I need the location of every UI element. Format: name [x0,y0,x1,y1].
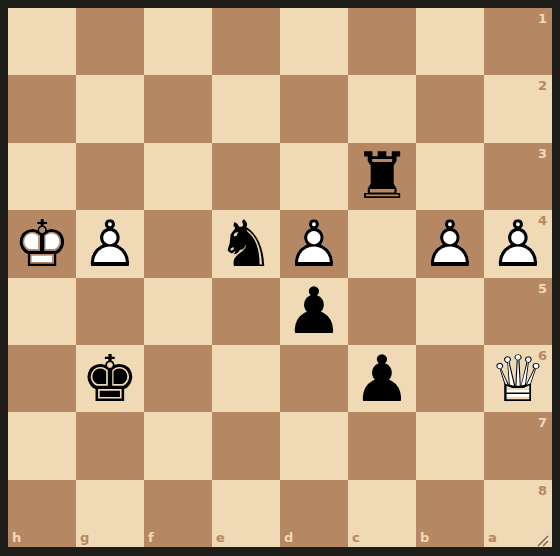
square-d2[interactable] [280,75,348,142]
piece-black-king[interactable]: ♚ [76,345,144,412]
square-b2[interactable] [416,75,484,142]
coord-file-d: d [284,531,293,544]
square-e5[interactable] [212,278,280,345]
square-e8[interactable]: e [212,480,280,547]
coord-file-h: h [12,531,21,544]
square-g1[interactable] [76,8,144,75]
square-b5[interactable] [416,278,484,345]
square-f3[interactable] [144,143,212,210]
square-c1[interactable] [348,8,416,75]
square-c7[interactable] [348,412,416,479]
coord-file-f: f [148,531,154,544]
square-d4[interactable]: ♟♙ [280,210,348,277]
square-e1[interactable] [212,8,280,75]
square-g5[interactable] [76,278,144,345]
coord-rank-7: 7 [538,416,547,429]
square-b4[interactable]: ♟♙ [416,210,484,277]
coord-rank-8: 8 [538,484,547,497]
piece-black-pawn[interactable]: ♟ [348,345,416,412]
coord-file-g: g [80,531,89,544]
square-d1[interactable] [280,8,348,75]
coord-rank-1: 1 [538,12,547,25]
square-e6[interactable] [212,345,280,412]
square-a6[interactable]: ♛♕6 [484,345,552,412]
square-b1[interactable] [416,8,484,75]
coord-rank-6: 6 [538,349,547,362]
piece-glyph-outline: ♔ [8,210,76,277]
square-g8[interactable]: g [76,480,144,547]
square-a4[interactable]: ♟♙4 [484,210,552,277]
coord-rank-3: 3 [538,147,547,160]
square-g4[interactable]: ♟♙ [76,210,144,277]
piece-glyph-fill: ♜ [348,143,416,210]
square-e2[interactable] [212,75,280,142]
piece-black-pawn[interactable]: ♟ [280,278,348,345]
piece-glyph-fill: ♟ [280,278,348,345]
square-c5[interactable] [348,278,416,345]
square-c3[interactable]: ♜ [348,143,416,210]
square-a2[interactable]: 2 [484,75,552,142]
piece-white-pawn[interactable]: ♟♙ [416,210,484,277]
piece-white-king[interactable]: ♚♔ [8,210,76,277]
square-d5[interactable]: ♟ [280,278,348,345]
square-h3[interactable] [8,143,76,210]
square-f1[interactable] [144,8,212,75]
square-g3[interactable] [76,143,144,210]
square-h5[interactable] [8,278,76,345]
piece-black-rook[interactable]: ♜ [348,143,416,210]
square-f5[interactable] [144,278,212,345]
square-f7[interactable] [144,412,212,479]
square-f4[interactable] [144,210,212,277]
board: 12♜3♚♔♟♙♞♟♙♟♙♟♙4♟5♚♟♛♕67hgfedcb8a [8,8,552,547]
board-frame: 12♜3♚♔♟♙♞♟♙♟♙♟♙4♟5♚♟♛♕67hgfedcb8a [0,0,560,556]
piece-white-pawn[interactable]: ♟♙ [76,210,144,277]
square-d8[interactable]: d [280,480,348,547]
coord-rank-2: 2 [538,79,547,92]
piece-white-pawn[interactable]: ♟♙ [280,210,348,277]
square-b3[interactable] [416,143,484,210]
square-h8[interactable]: h [8,480,76,547]
piece-glyph-fill: ♚ [76,345,144,412]
square-b8[interactable]: b [416,480,484,547]
square-f6[interactable] [144,345,212,412]
square-h6[interactable] [8,345,76,412]
square-b6[interactable] [416,345,484,412]
piece-glyph-outline: ♙ [416,210,484,277]
square-a1[interactable]: 1 [484,8,552,75]
piece-glyph-fill: ♞ [212,210,280,277]
square-a5[interactable]: 5 [484,278,552,345]
square-c6[interactable]: ♟ [348,345,416,412]
square-c2[interactable] [348,75,416,142]
square-d3[interactable] [280,143,348,210]
square-e4[interactable]: ♞ [212,210,280,277]
square-c4[interactable] [348,210,416,277]
square-c8[interactable]: c [348,480,416,547]
square-f8[interactable]: f [144,480,212,547]
square-h1[interactable] [8,8,76,75]
square-h2[interactable] [8,75,76,142]
coord-file-e: e [216,531,225,544]
square-b7[interactable] [416,412,484,479]
coord-file-c: c [352,531,360,544]
board-resize-handle-icon[interactable] [537,532,549,544]
square-a3[interactable]: 3 [484,143,552,210]
coord-file-a: a [488,531,497,544]
square-e3[interactable] [212,143,280,210]
coord-file-b: b [420,531,429,544]
coord-rank-4: 4 [538,214,547,227]
square-d6[interactable] [280,345,348,412]
square-h7[interactable] [8,412,76,479]
piece-glyph-outline: ♙ [76,210,144,277]
piece-glyph-outline: ♙ [280,210,348,277]
square-e7[interactable] [212,412,280,479]
square-d7[interactable] [280,412,348,479]
square-g7[interactable] [76,412,144,479]
square-h4[interactable]: ♚♔ [8,210,76,277]
piece-black-knight[interactable]: ♞ [212,210,280,277]
square-a7[interactable]: 7 [484,412,552,479]
piece-glyph-fill: ♟ [348,345,416,412]
coord-rank-5: 5 [538,282,547,295]
square-f2[interactable] [144,75,212,142]
square-g6[interactable]: ♚ [76,345,144,412]
square-g2[interactable] [76,75,144,142]
